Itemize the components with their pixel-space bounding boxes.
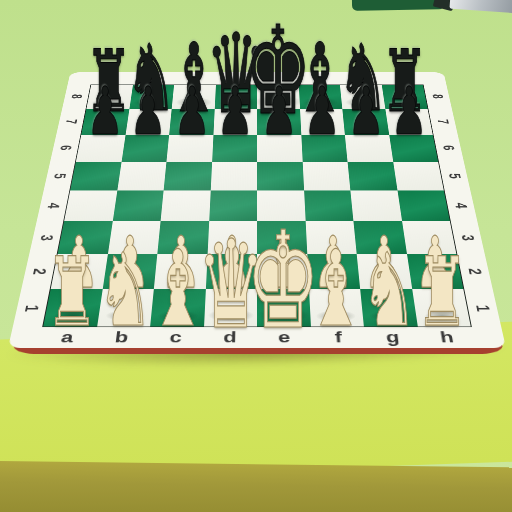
square-d3 [207, 221, 257, 254]
file-labels-bottom: abcdefgh [38, 328, 476, 347]
square-c5 [164, 162, 212, 191]
square-c1 [150, 289, 205, 327]
square-g4 [350, 190, 401, 221]
square-a1 [43, 289, 102, 327]
square-b6 [121, 135, 169, 162]
file-label-e: e [257, 328, 312, 347]
file-label-h: h [418, 328, 476, 347]
square-g1 [360, 289, 417, 327]
square-e1 [257, 289, 310, 327]
square-h4 [397, 190, 450, 221]
square-b4 [112, 190, 163, 221]
file-label-g: g [364, 328, 421, 347]
square-f7 [300, 109, 345, 135]
square-f4 [304, 190, 354, 221]
square-c8 [172, 85, 216, 109]
square-c6 [166, 135, 213, 162]
scene: 87654321 87654321 abcdefgh ♜♞♝♛♚♝♞♜♟♟♟♟♟… [0, 0, 512, 512]
square-e4 [257, 190, 305, 221]
square-c2 [154, 254, 207, 289]
board-mat: 87654321 87654321 abcdefgh [8, 72, 506, 348]
square-a4 [64, 190, 117, 221]
square-g3 [353, 221, 406, 254]
square-f5 [302, 162, 350, 191]
square-h5 [393, 162, 444, 191]
board-grid [42, 85, 472, 328]
chess-board: 87654321 87654321 abcdefgh [8, 72, 506, 348]
square-f6 [301, 135, 348, 162]
file-label-f: f [311, 328, 367, 347]
square-h2 [407, 254, 464, 289]
square-b5 [117, 162, 167, 191]
square-d8 [214, 85, 257, 109]
square-h3 [402, 221, 457, 254]
file-label-d: d [202, 328, 257, 347]
square-e3 [257, 221, 307, 254]
square-c3 [157, 221, 208, 254]
file-label-a: a [38, 328, 96, 347]
table-front-edge [0, 461, 512, 512]
square-b3 [107, 221, 160, 254]
square-d2 [205, 254, 257, 289]
square-a8 [86, 85, 132, 109]
square-c7 [169, 109, 214, 135]
square-h7 [385, 109, 433, 135]
square-a3 [58, 221, 113, 254]
file-label-c: c [148, 328, 204, 347]
square-c4 [161, 190, 211, 221]
square-g8 [340, 85, 385, 109]
square-a7 [81, 109, 129, 135]
square-b2 [102, 254, 157, 289]
square-e7 [257, 109, 301, 135]
square-h8 [381, 85, 427, 109]
square-a5 [70, 162, 121, 191]
square-h1 [412, 289, 471, 327]
square-e8 [257, 85, 300, 109]
file-label-b: b [93, 328, 150, 347]
square-g2 [357, 254, 412, 289]
square-f1 [309, 289, 364, 327]
square-a6 [76, 135, 125, 162]
square-d1 [204, 289, 257, 327]
square-e2 [257, 254, 309, 289]
square-b8 [129, 85, 174, 109]
square-f8 [298, 85, 342, 109]
square-g7 [342, 109, 388, 135]
square-e6 [257, 135, 302, 162]
square-h6 [389, 135, 438, 162]
background-object-green [352, 0, 444, 11]
square-b7 [125, 109, 171, 135]
square-b1 [97, 289, 154, 327]
square-e5 [257, 162, 304, 191]
square-f2 [307, 254, 360, 289]
square-d6 [212, 135, 257, 162]
square-d4 [209, 190, 257, 221]
square-g6 [345, 135, 393, 162]
square-d7 [213, 109, 257, 135]
square-f3 [305, 221, 356, 254]
square-g5 [348, 162, 398, 191]
square-a2 [51, 254, 108, 289]
square-d5 [210, 162, 257, 191]
